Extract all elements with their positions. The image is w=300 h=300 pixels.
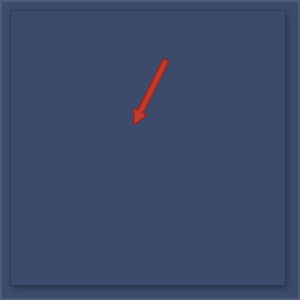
file-labels — [11, 284, 285, 299]
chess-diagram — [0, 0, 300, 300]
rank-labels — [0, 11, 11, 285]
chess-board[interactable] — [11, 11, 285, 285]
